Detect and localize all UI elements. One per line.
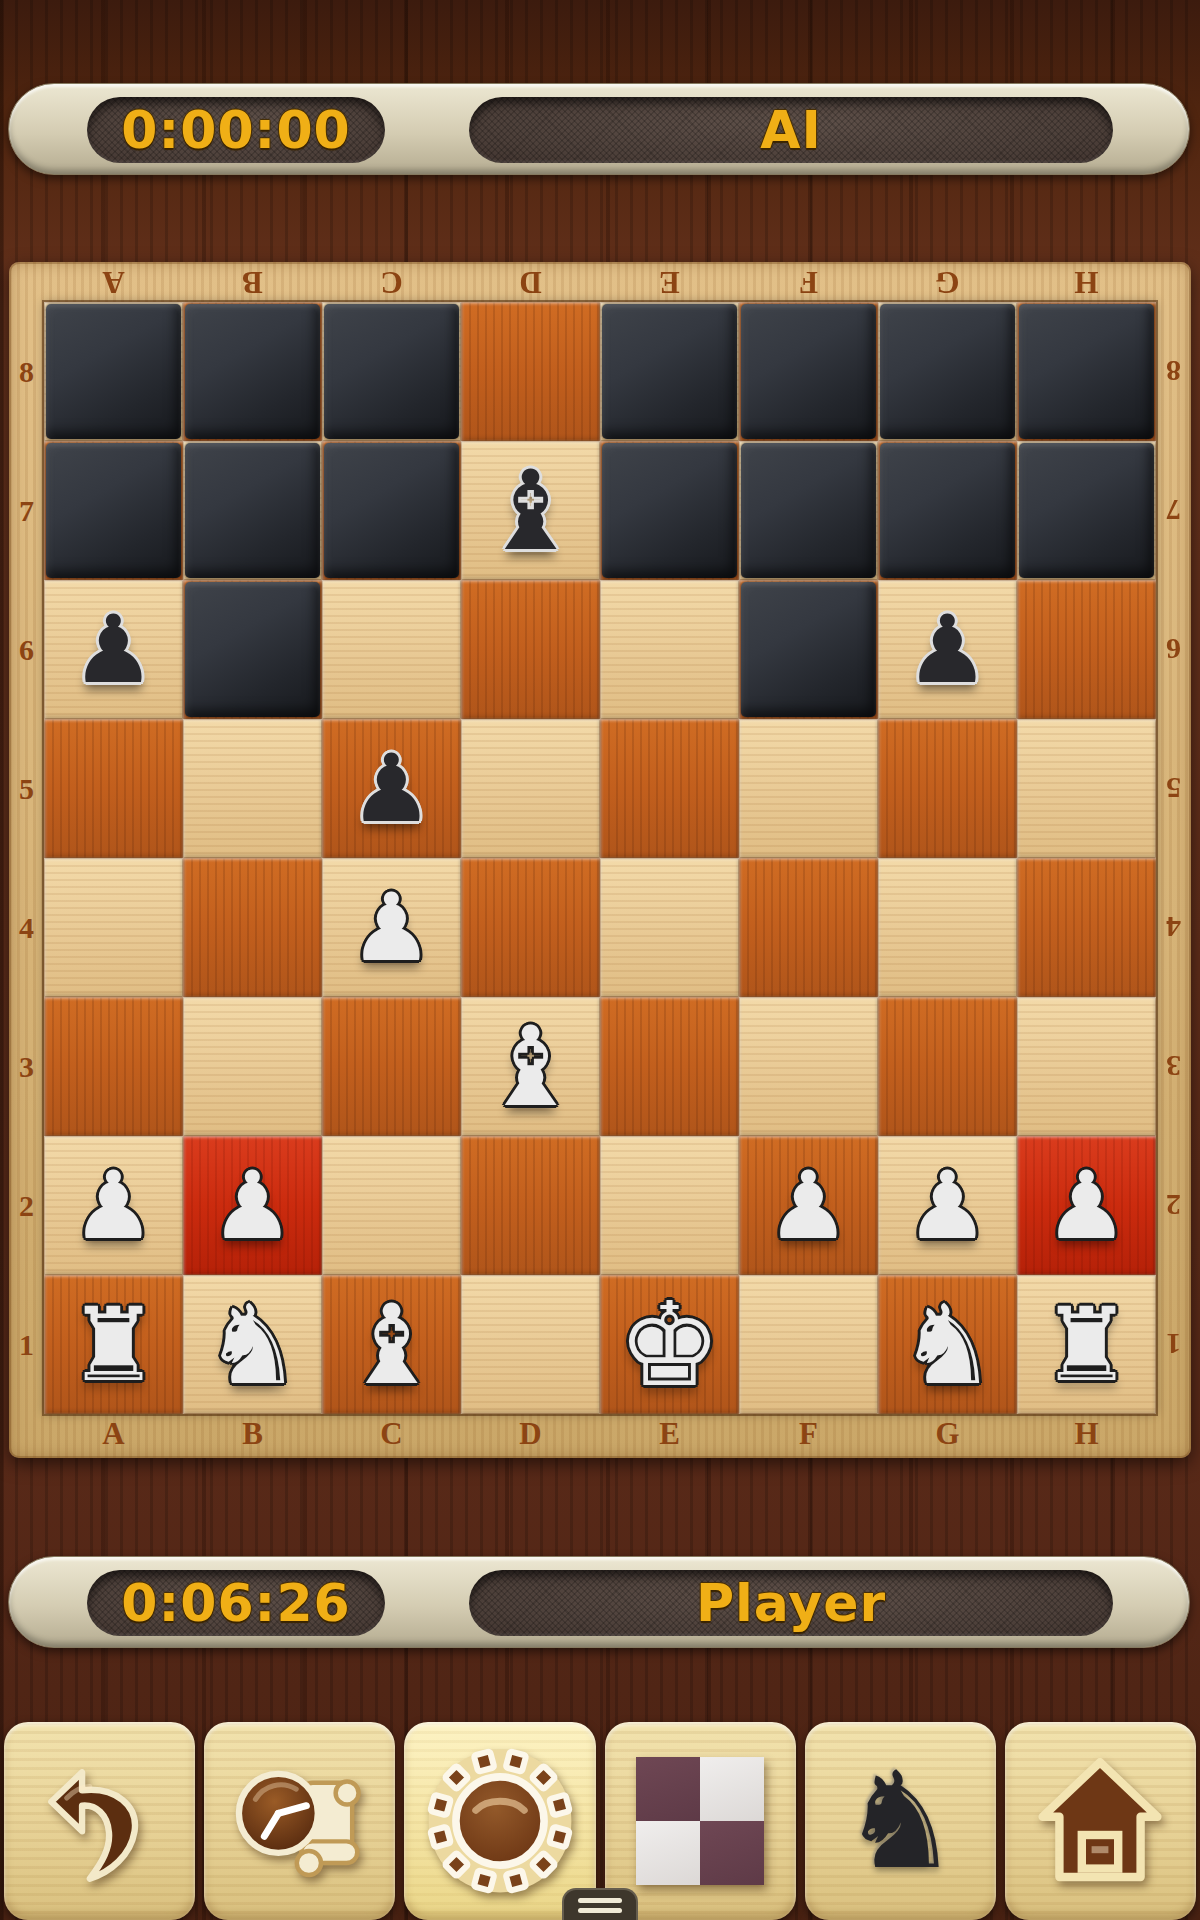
menu-handle[interactable] — [562, 1888, 638, 1920]
opponent-name-pill: AI — [469, 97, 1113, 163]
file-label: G — [878, 1414, 1017, 1454]
white-pawn: ♟ — [766, 1159, 850, 1253]
fog-tile — [324, 443, 459, 578]
square-a6[interactable]: ♟ — [44, 580, 183, 719]
fog-tile — [46, 304, 181, 439]
rank-label: 5 — [1156, 719, 1191, 858]
rank-label: 7 — [1156, 441, 1191, 580]
white-pawn: ♟ — [349, 881, 433, 975]
square-e7[interactable] — [600, 441, 739, 580]
rank-labels-left: 87654321 — [9, 302, 44, 1414]
home-icon — [1030, 1751, 1170, 1891]
square-c4[interactable]: ♟ — [322, 858, 461, 997]
square-a8[interactable] — [44, 302, 183, 441]
square-d2[interactable] — [461, 1136, 600, 1275]
white-knight: ♞ — [203, 1290, 302, 1400]
square-d7[interactable]: ♝ — [461, 441, 600, 580]
file-labels-bottom: ABCDEFGH — [44, 1414, 1156, 1454]
white-pawn: ♟ — [1044, 1159, 1128, 1253]
rank-label: 1 — [9, 1275, 44, 1414]
square-a2[interactable]: ♟ — [44, 1136, 183, 1275]
square-d6[interactable] — [461, 580, 600, 719]
fog-tile — [741, 582, 876, 717]
square-g6[interactable]: ♟ — [878, 580, 1017, 719]
rank-label: 7 — [9, 441, 44, 580]
chess-board: ABCDEFGH ABCDEFGH 87654321 87654321 ♝♟♟♟… — [9, 262, 1191, 1458]
clock-scroll-icon — [230, 1757, 370, 1885]
square-c8[interactable] — [322, 302, 461, 441]
rank-label: 4 — [1156, 858, 1191, 997]
square-b8[interactable] — [183, 302, 322, 441]
opponent-timer: 0:00:00 — [121, 100, 351, 160]
square-b1[interactable]: ♞ — [183, 1275, 322, 1414]
sun-icon — [424, 1745, 576, 1897]
square-d1[interactable] — [461, 1275, 600, 1414]
rank-label: 8 — [1156, 302, 1191, 441]
fog-tile — [880, 304, 1015, 439]
square-c2[interactable] — [322, 1136, 461, 1275]
fog-tile — [324, 304, 459, 439]
square-c1[interactable]: ♝ — [322, 1275, 461, 1414]
square-h8[interactable] — [1017, 302, 1156, 441]
rank-label: 5 — [9, 719, 44, 858]
square-d8[interactable] — [461, 302, 600, 441]
fog-tile — [602, 443, 737, 578]
square-h4[interactable] — [1017, 858, 1156, 997]
rank-label: 8 — [9, 302, 44, 441]
square-c6[interactable] — [322, 580, 461, 719]
file-label: F — [739, 1414, 878, 1454]
fog-tile — [602, 304, 737, 439]
square-b5[interactable] — [183, 719, 322, 858]
file-label: A — [44, 1414, 183, 1454]
rank-label: 3 — [1156, 997, 1191, 1136]
square-g3[interactable] — [878, 997, 1017, 1136]
black-knight-icon: ♞ — [840, 1754, 960, 1888]
square-e4[interactable] — [600, 858, 739, 997]
rank-label: 6 — [1156, 580, 1191, 719]
white-bishop: ♝ — [481, 1012, 580, 1122]
file-label: D — [461, 264, 600, 300]
square-f8[interactable] — [739, 302, 878, 441]
file-label: H — [1017, 264, 1156, 300]
white-king: ♚ — [618, 1287, 722, 1403]
square-h2[interactable]: ♟ — [1017, 1136, 1156, 1275]
board-style-button[interactable] — [605, 1722, 796, 1920]
app-screen: 0:00:00 AI ABCDEFGH ABCDEFGH 87654321 87… — [0, 0, 1200, 1920]
white-pawn: ♟ — [71, 1159, 155, 1253]
file-label: F — [739, 264, 878, 300]
rank-label: 1 — [1156, 1275, 1191, 1414]
player-name: Player — [696, 1573, 886, 1633]
fog-tile — [741, 443, 876, 578]
white-rook: ♜ — [1041, 1294, 1132, 1396]
square-f4[interactable] — [739, 858, 878, 997]
square-g8[interactable] — [878, 302, 1017, 441]
home-button[interactable] — [1005, 1722, 1196, 1920]
square-b4[interactable] — [183, 858, 322, 997]
black-pawn: ♟ — [349, 742, 433, 836]
fog-tile — [880, 443, 1015, 578]
square-b2[interactable]: ♟ — [183, 1136, 322, 1275]
square-d5[interactable] — [461, 719, 600, 858]
player-timer-pill: 0:06:26 — [87, 1570, 385, 1636]
player-name-pill: Player — [469, 1570, 1113, 1636]
fog-tile — [741, 304, 876, 439]
square-c5[interactable]: ♟ — [322, 719, 461, 858]
checkerboard-icon — [636, 1757, 764, 1885]
square-h7[interactable] — [1017, 441, 1156, 580]
fog-tile — [1019, 304, 1154, 439]
white-pawn: ♟ — [905, 1159, 989, 1253]
square-a3[interactable] — [44, 997, 183, 1136]
square-g4[interactable] — [878, 858, 1017, 997]
file-label: B — [183, 1414, 322, 1454]
file-label: G — [878, 264, 1017, 300]
white-knight: ♞ — [898, 1290, 997, 1400]
hamburger-icon — [578, 1908, 622, 1913]
file-label: H — [1017, 1414, 1156, 1454]
rank-label: 6 — [9, 580, 44, 719]
file-label: E — [600, 264, 739, 300]
square-f1[interactable] — [739, 1275, 878, 1414]
square-f5[interactable] — [739, 719, 878, 858]
square-b7[interactable] — [183, 441, 322, 580]
file-label: C — [322, 1414, 461, 1454]
square-e3[interactable] — [600, 997, 739, 1136]
square-a1[interactable]: ♜ — [44, 1275, 183, 1414]
square-e2[interactable] — [600, 1136, 739, 1275]
file-label: D — [461, 1414, 600, 1454]
black-pawn: ♟ — [905, 603, 989, 697]
board-squares: ♝♟♟♟♟♝♟♟♟♟♟♜♞♝♚♞♜ — [44, 302, 1156, 1414]
undo-arrow-icon — [36, 1757, 164, 1885]
fog-tile — [185, 443, 320, 578]
square-f7[interactable] — [739, 441, 878, 580]
square-e6[interactable] — [600, 580, 739, 719]
square-e5[interactable] — [600, 719, 739, 858]
black-pawn: ♟ — [71, 603, 155, 697]
fog-tile — [185, 304, 320, 439]
file-label: B — [183, 264, 322, 300]
move-history-button[interactable] — [204, 1722, 395, 1920]
square-e1[interactable]: ♚ — [600, 1275, 739, 1414]
rank-label: 2 — [9, 1136, 44, 1275]
square-e8[interactable] — [600, 302, 739, 441]
fog-tile — [46, 443, 181, 578]
square-d4[interactable] — [461, 858, 600, 997]
file-label: A — [44, 264, 183, 300]
square-d3[interactable]: ♝ — [461, 997, 600, 1136]
rank-label: 4 — [9, 858, 44, 997]
square-a5[interactable] — [44, 719, 183, 858]
hamburger-icon — [578, 1898, 622, 1903]
square-c7[interactable] — [322, 441, 461, 580]
white-pawn: ♟ — [210, 1159, 294, 1253]
square-g7[interactable] — [878, 441, 1017, 580]
rank-label: 3 — [9, 997, 44, 1136]
opponent-bar: 0:00:00 AI — [8, 83, 1190, 175]
square-a7[interactable] — [44, 441, 183, 580]
square-f2[interactable]: ♟ — [739, 1136, 878, 1275]
square-h5[interactable] — [1017, 719, 1156, 858]
square-b3[interactable] — [183, 997, 322, 1136]
rank-label: 2 — [1156, 1136, 1191, 1275]
square-g5[interactable] — [878, 719, 1017, 858]
undo-button[interactable] — [4, 1722, 195, 1920]
file-label: C — [322, 264, 461, 300]
white-rook: ♜ — [68, 1294, 159, 1396]
opponent-timer-pill: 0:00:00 — [87, 97, 385, 163]
opponent-name: AI — [760, 100, 822, 160]
black-bishop: ♝ — [481, 456, 580, 566]
file-label: E — [600, 1414, 739, 1454]
fog-tile — [1019, 443, 1154, 578]
player-bar: 0:06:26 Player — [8, 1556, 1190, 1648]
white-bishop: ♝ — [342, 1290, 441, 1400]
rank-labels-right: 87654321 — [1156, 302, 1191, 1414]
file-labels-top: ABCDEFGH — [44, 264, 1156, 300]
square-f3[interactable] — [739, 997, 878, 1136]
square-c3[interactable] — [322, 997, 461, 1136]
square-b6[interactable] — [183, 580, 322, 719]
square-h6[interactable] — [1017, 580, 1156, 719]
square-h3[interactable] — [1017, 997, 1156, 1136]
square-a4[interactable] — [44, 858, 183, 997]
square-f6[interactable] — [739, 580, 878, 719]
player-timer: 0:06:26 — [121, 1573, 351, 1633]
square-g2[interactable]: ♟ — [878, 1136, 1017, 1275]
fog-tile — [185, 582, 320, 717]
square-g1[interactable]: ♞ — [878, 1275, 1017, 1414]
piece-style-button[interactable]: ♞ — [805, 1722, 996, 1920]
square-h1[interactable]: ♜ — [1017, 1275, 1156, 1414]
